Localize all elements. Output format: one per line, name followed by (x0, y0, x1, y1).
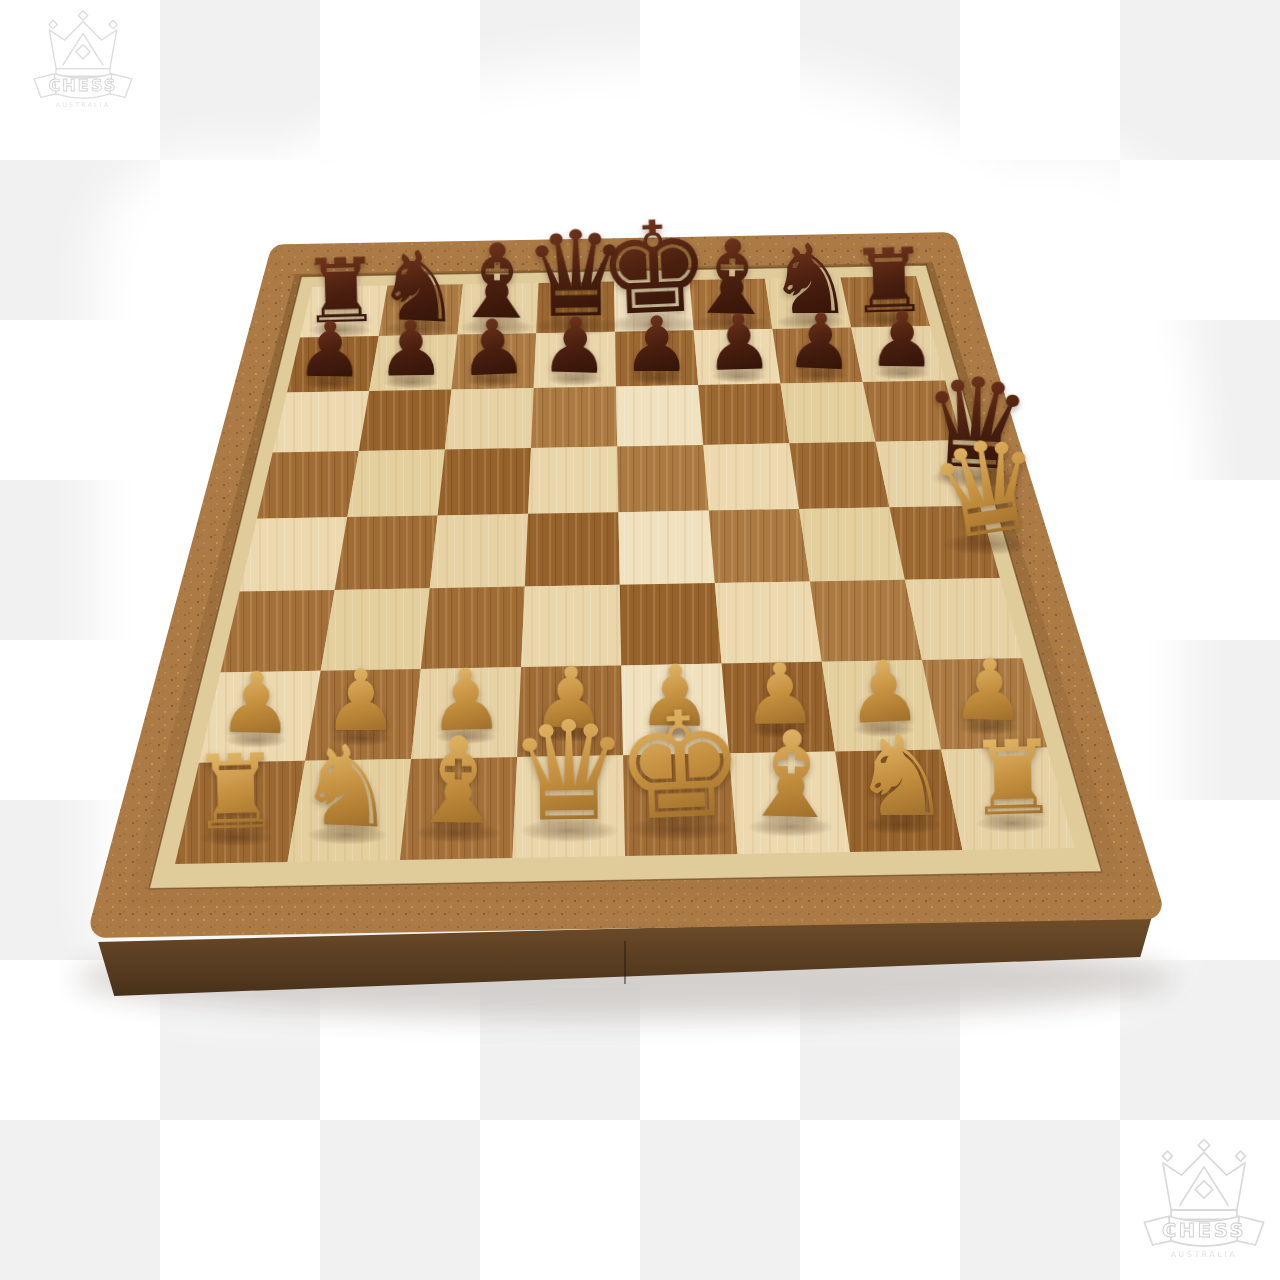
logo-title: CHESS (49, 76, 118, 95)
piece-black-pawn-b7: ♟ (377, 311, 447, 388)
crown-cross-center (1198, 1139, 1210, 1151)
piece-white-rook-a1: ♜ (189, 741, 284, 846)
piece-black-pawn-a7: ♟ (295, 312, 365, 389)
crown-cross-right (1235, 1151, 1245, 1161)
crown-cross-center (78, 11, 88, 21)
chess-logo-watermark-bottom-right: CHESS AUSTRALIA (1132, 1136, 1276, 1272)
piece-black-pawn-d7: ♟ (540, 307, 611, 385)
product-photo-canvas: ♜♞♝♛♚♝♞♜♟♟♟♟♟♟♟♟♟♟♟♟♟♟♟♟♜♞♝♛♚♝♞♜♛♛ CHESS… (0, 0, 1280, 1280)
spare-white-queen: ♛ (921, 418, 1053, 561)
crown-cross-right (109, 20, 117, 28)
crown-cross-left (49, 20, 57, 28)
chess-pieces-layer: ♜♞♝♛♚♝♞♜♟♟♟♟♟♟♟♟♟♟♟♟♟♟♟♟♜♞♝♛♚♝♞♜♛♛ (0, 0, 1280, 1280)
piece-white-knight-g1: ♞ (852, 721, 952, 833)
piece-white-knight-b1: ♞ (295, 729, 400, 845)
piece-white-bishop-f1: ♝ (736, 715, 846, 837)
piece-white-bishop-c1: ♝ (404, 722, 512, 842)
piece-black-pawn-e7: ♟ (623, 307, 691, 383)
logo-subtitle: AUSTRALIA (56, 101, 111, 108)
piece-white-queen-d1: ♛ (507, 702, 632, 841)
logo-title: CHESS (1162, 1219, 1246, 1242)
piece-black-pawn-f7: ♟ (703, 304, 774, 382)
crown-logo-icon: CHESS AUSTRALIA (1132, 1136, 1276, 1272)
piece-black-pawn-g7: ♟ (785, 302, 857, 381)
crown-logo-icon: CHESS AUSTRALIA (24, 8, 142, 119)
piece-white-king-e1: ♚ (611, 690, 748, 842)
logo-subtitle: AUSTRALIA (1171, 1250, 1238, 1259)
chess-logo-watermark-top-left: CHESS AUSTRALIA (24, 8, 142, 119)
piece-white-rook-h1: ♜ (965, 727, 1060, 832)
piece-black-pawn-c7: ♟ (457, 308, 529, 387)
crown-cross-left (1162, 1151, 1172, 1161)
